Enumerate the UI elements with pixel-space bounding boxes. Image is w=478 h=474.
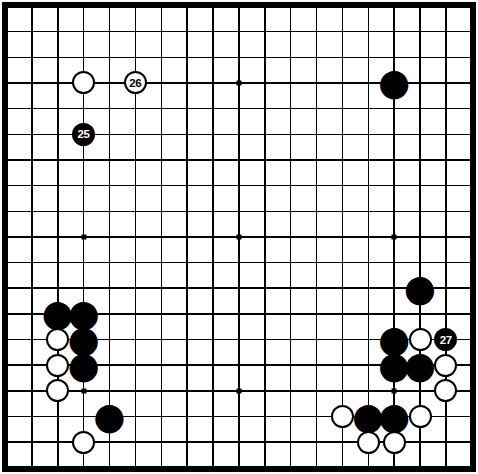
board-intersection[interactable] [6,455,19,468]
board-intersection[interactable] [278,19,304,45]
board-intersection[interactable] [45,121,71,147]
board-intersection[interactable]: ○ [71,70,97,96]
board-intersection[interactable] [148,352,174,378]
black-stone: ● [383,71,406,94]
board-intersection[interactable] [355,173,381,199]
go-diagram-page: ○○26●●25●●●○●●○●27○●●●○○○●○●●○○○○ [0,0,478,474]
board-intersection[interactable] [433,70,459,96]
board-intersection[interactable] [71,250,97,276]
board-intersection[interactable] [329,121,355,147]
board-intersection[interactable] [200,301,226,327]
board-intersection[interactable] [329,301,355,327]
board-intersection[interactable] [329,352,355,378]
board-intersection[interactable] [97,224,123,250]
board-intersection[interactable] [304,455,330,468]
board-intersection[interactable] [407,96,433,122]
board-intersection[interactable] [329,147,355,173]
board-intersection[interactable] [304,352,330,378]
board-intersection[interactable] [174,19,200,45]
board-intersection[interactable] [329,327,355,353]
board-intersection[interactable] [433,301,459,327]
board-intersection[interactable]: ○ [407,404,433,430]
board-intersection[interactable] [148,147,174,173]
board-intersection[interactable] [226,275,252,301]
board-intersection[interactable] [433,173,459,199]
board-intersection[interactable] [329,250,355,276]
board-intersection[interactable] [97,198,123,224]
board-intersection[interactable] [6,327,19,353]
board-intersection[interactable] [200,19,226,45]
board-intersection[interactable] [459,250,472,276]
board-intersection[interactable] [97,275,123,301]
board-intersection[interactable] [174,44,200,70]
board-intersection[interactable] [329,6,355,19]
board-intersection[interactable] [278,301,304,327]
board-intersection[interactable] [252,44,278,70]
board-intersection[interactable] [174,250,200,276]
board-intersection[interactable] [433,96,459,122]
board-intersection[interactable] [174,404,200,430]
board-intersection[interactable] [122,198,148,224]
board-intersection[interactable] [6,6,19,19]
board-intersection[interactable] [304,224,330,250]
board-intersection[interactable] [252,121,278,147]
board-intersection[interactable] [19,429,45,455]
board-intersection[interactable] [71,198,97,224]
board-intersection[interactable] [226,378,252,404]
board-intersection[interactable] [278,275,304,301]
board-intersection[interactable] [355,147,381,173]
board-intersection[interactable] [200,404,226,430]
board-intersection[interactable] [407,147,433,173]
board-intersection[interactable] [6,301,19,327]
board-intersection[interactable] [148,19,174,45]
board-intersection[interactable] [459,96,472,122]
star-point [392,234,397,239]
board-intersection[interactable] [6,198,19,224]
board-intersection[interactable] [174,301,200,327]
board-intersection[interactable] [226,147,252,173]
board-intersection[interactable] [97,327,123,353]
board-intersection[interactable] [433,6,459,19]
board-intersection[interactable] [226,224,252,250]
board-intersection[interactable] [148,70,174,96]
board-intersection[interactable] [200,6,226,19]
board-intersection[interactable] [122,404,148,430]
board-intersection[interactable] [71,224,97,250]
board-intersection[interactable]: ● [97,404,123,430]
board-intersection[interactable] [200,121,226,147]
board-intersection[interactable] [329,173,355,199]
board-intersection[interactable] [200,44,226,70]
board-intersection[interactable] [19,44,45,70]
board-intersection[interactable] [407,19,433,45]
board-intersection[interactable] [97,301,123,327]
board-intersection[interactable] [329,70,355,96]
board-intersection[interactable] [148,198,174,224]
board-intersection[interactable] [6,250,19,276]
board-intersection[interactable] [6,121,19,147]
board-intersection[interactable] [45,224,71,250]
board-intersection[interactable] [226,198,252,224]
board-intersection[interactable] [97,70,123,96]
board-intersection[interactable] [6,378,19,404]
board-intersection[interactable] [355,121,381,147]
board-intersection[interactable] [148,121,174,147]
board-intersection[interactable]: ○ [45,378,71,404]
board-intersection[interactable] [381,147,407,173]
board-intersection[interactable] [19,6,45,19]
board-intersection[interactable] [278,404,304,430]
board-intersection[interactable] [19,147,45,173]
board-intersection[interactable] [278,250,304,276]
board-intersection[interactable] [45,19,71,45]
board-intersection[interactable] [200,147,226,173]
board-intersection[interactable] [45,198,71,224]
board-intersection[interactable]: ○ [71,429,97,455]
board-intersection[interactable] [122,147,148,173]
board-intersection[interactable] [459,224,472,250]
board-intersection[interactable] [252,378,278,404]
board-intersection[interactable]: ● [407,275,433,301]
board-intersection[interactable] [226,352,252,378]
board-intersection[interactable] [97,44,123,70]
board-intersection[interactable] [329,44,355,70]
board-intersection[interactable] [381,198,407,224]
board-intersection[interactable] [304,250,330,276]
board-intersection[interactable] [122,96,148,122]
board-intersection[interactable] [433,147,459,173]
board-intersection[interactable] [329,96,355,122]
board-intersection[interactable] [6,70,19,96]
board-intersection[interactable] [252,96,278,122]
board-intersection[interactable] [200,70,226,96]
board-intersection[interactable] [304,19,330,45]
board-intersection[interactable] [97,6,123,19]
board-intersection[interactable] [226,6,252,19]
board-intersection[interactable] [252,224,278,250]
board-intersection[interactable] [355,19,381,45]
board-intersection[interactable] [6,224,19,250]
board-intersection[interactable] [122,44,148,70]
board-intersection[interactable] [19,19,45,45]
board-intersection[interactable] [459,455,472,468]
board-intersection[interactable] [459,70,472,96]
board-intersection[interactable] [97,96,123,122]
board-intersection[interactable] [304,327,330,353]
board-intersection[interactable] [122,19,148,45]
white-stone: ○ [46,379,69,402]
board-intersection[interactable] [381,224,407,250]
board-intersection[interactable] [174,6,200,19]
board-intersection[interactable] [278,96,304,122]
board-intersection[interactable] [407,70,433,96]
board-intersection[interactable] [252,147,278,173]
board-intersection[interactable] [278,429,304,455]
board-intersection[interactable] [278,70,304,96]
board-intersection[interactable] [407,198,433,224]
board-intersection[interactable] [200,96,226,122]
board-intersection[interactable] [6,429,19,455]
board-intersection[interactable] [6,96,19,122]
board-intersection[interactable] [381,19,407,45]
board-intersection[interactable] [6,352,19,378]
board-intersection[interactable] [355,275,381,301]
board-intersection[interactable] [407,224,433,250]
board-intersection[interactable] [252,327,278,353]
board-intersection[interactable] [252,352,278,378]
board-intersection[interactable] [174,378,200,404]
board-intersection[interactable] [19,198,45,224]
board-intersection[interactable] [97,147,123,173]
board-intersection[interactable] [459,275,472,301]
board-intersection[interactable] [304,6,330,19]
board-intersection[interactable] [6,275,19,301]
board-intersection[interactable] [459,6,472,19]
board-intersection[interactable] [304,121,330,147]
board-intersection[interactable] [329,224,355,250]
board-intersection[interactable] [459,121,472,147]
board-intersection[interactable] [433,429,459,455]
board-intersection[interactable] [122,378,148,404]
board-intersection[interactable] [122,224,148,250]
board-intersection[interactable] [329,198,355,224]
board-intersection[interactable] [19,455,45,468]
board-intersection[interactable] [226,173,252,199]
board-intersection[interactable] [226,404,252,430]
board-intersection[interactable] [226,19,252,45]
board-intersection[interactable] [252,250,278,276]
board-intersection[interactable] [459,198,472,224]
board-intersection[interactable] [278,455,304,468]
board-intersection[interactable] [122,327,148,353]
board-intersection[interactable] [174,96,200,122]
board-intersection[interactable] [97,250,123,276]
board-intersection[interactable] [174,198,200,224]
board-intersection[interactable] [97,19,123,45]
board-intersection[interactable] [226,455,252,468]
board-intersection[interactable] [174,173,200,199]
board-intersection[interactable] [200,352,226,378]
board-intersection[interactable] [252,275,278,301]
board-intersection[interactable] [407,121,433,147]
board-intersection[interactable] [174,121,200,147]
board-intersection[interactable] [329,275,355,301]
board-intersection[interactable] [19,96,45,122]
board-intersection[interactable] [304,301,330,327]
board-intersection[interactable] [459,429,472,455]
board-intersection[interactable] [329,19,355,45]
board-intersection[interactable] [304,44,330,70]
board-intersection[interactable] [252,455,278,468]
board-intersection[interactable] [174,70,200,96]
board-intersection[interactable] [122,301,148,327]
board-intersection[interactable] [252,301,278,327]
board-intersection[interactable]: ●25 [71,121,97,147]
board-intersection[interactable] [278,327,304,353]
board-intersection[interactable] [381,121,407,147]
board-intersection[interactable] [122,352,148,378]
board-intersection[interactable] [226,429,252,455]
board-intersection[interactable] [45,147,71,173]
board-intersection[interactable] [97,455,123,468]
board-intersection[interactable] [200,173,226,199]
board-intersection[interactable] [355,250,381,276]
board-intersection[interactable] [19,224,45,250]
board-intersection[interactable] [200,327,226,353]
board-intersection[interactable] [226,121,252,147]
board-intersection[interactable] [200,198,226,224]
board-intersection[interactable] [381,173,407,199]
board-intersection[interactable] [122,250,148,276]
board-intersection[interactable] [278,6,304,19]
board-intersection[interactable] [200,429,226,455]
board-intersection[interactable] [226,70,252,96]
board-intersection[interactable] [459,44,472,70]
board-intersection[interactable] [200,224,226,250]
board-intersection[interactable] [148,404,174,430]
board-intersection[interactable] [278,121,304,147]
board-intersection[interactable] [6,404,19,430]
board-intersection[interactable] [174,352,200,378]
board-intersection[interactable] [252,70,278,96]
board-intersection[interactable] [459,173,472,199]
board-intersection[interactable] [148,301,174,327]
board-intersection[interactable] [174,147,200,173]
board-intersection[interactable] [252,198,278,224]
board-intersection[interactable] [226,327,252,353]
board-intersection[interactable] [148,96,174,122]
board-intersection[interactable] [97,121,123,147]
board-intersection[interactable] [148,44,174,70]
board-intersection[interactable]: ○26 [122,70,148,96]
board-intersection[interactable] [45,173,71,199]
board-intersection[interactable] [97,173,123,199]
board-intersection[interactable] [97,352,123,378]
board-intersection[interactable] [6,147,19,173]
board-intersection[interactable]: ○ [433,378,459,404]
board-intersection[interactable] [45,6,71,19]
board-intersection[interactable] [226,301,252,327]
board-intersection[interactable] [19,173,45,199]
board-intersection[interactable] [433,44,459,70]
board-intersection[interactable] [226,250,252,276]
board-intersection[interactable] [433,121,459,147]
board-intersection[interactable] [433,275,459,301]
board-intersection[interactable] [148,429,174,455]
board-intersection[interactable] [200,378,226,404]
board-intersection[interactable] [148,455,174,468]
board-intersection[interactable] [278,352,304,378]
board-intersection[interactable] [433,455,459,468]
board-intersection[interactable] [407,44,433,70]
board-intersection[interactable] [148,378,174,404]
board-intersection[interactable] [278,173,304,199]
board-intersection[interactable] [6,44,19,70]
board-intersection[interactable] [6,19,19,45]
board-intersection[interactable] [174,455,200,468]
board-intersection[interactable] [200,250,226,276]
board-intersection[interactable] [407,455,433,468]
board-intersection[interactable] [174,429,200,455]
board-intersection[interactable] [148,250,174,276]
go-board-grid: ○○26●●25●●●○●●○●27○●●●○○○●○●●○○○○ [6,6,472,468]
board-intersection[interactable] [6,173,19,199]
board-intersection[interactable] [122,6,148,19]
board-intersection[interactable] [252,404,278,430]
board-intersection[interactable] [459,19,472,45]
board-intersection[interactable] [433,19,459,45]
board-intersection[interactable] [174,327,200,353]
board-intersection[interactable] [200,275,226,301]
board-intersection[interactable] [226,44,252,70]
board-intersection[interactable] [304,147,330,173]
board-intersection[interactable] [278,44,304,70]
board-intersection[interactable] [252,173,278,199]
board-intersection[interactable]: ● [381,70,407,96]
board-intersection[interactable] [355,224,381,250]
board-intersection[interactable] [433,224,459,250]
board-intersection[interactable] [459,147,472,173]
board-intersection[interactable] [122,275,148,301]
board-intersection[interactable] [122,455,148,468]
board-intersection[interactable] [304,70,330,96]
board-intersection[interactable] [407,173,433,199]
board-intersection[interactable] [174,275,200,301]
board-intersection[interactable] [433,250,459,276]
board-intersection[interactable] [459,301,472,327]
board-intersection[interactable]: ○ [381,429,407,455]
board-intersection[interactable] [19,70,45,96]
board-intersection[interactable] [278,224,304,250]
board-intersection[interactable] [355,6,381,19]
board-intersection[interactable] [71,6,97,19]
board-intersection[interactable] [252,19,278,45]
board-intersection[interactable] [19,250,45,276]
board-intersection[interactable] [355,198,381,224]
board-intersection[interactable] [45,250,71,276]
board-intersection[interactable] [433,198,459,224]
board-intersection[interactable] [252,429,278,455]
board-intersection[interactable]: ● [71,352,97,378]
board-intersection[interactable] [71,173,97,199]
board-intersection[interactable] [407,6,433,19]
board-intersection[interactable] [381,6,407,19]
board-intersection[interactable] [148,173,174,199]
board-intersection[interactable] [148,224,174,250]
board-intersection[interactable] [174,224,200,250]
board-intersection[interactable] [304,96,330,122]
board-intersection[interactable] [122,121,148,147]
board-intersection[interactable] [148,6,174,19]
board-intersection[interactable] [226,96,252,122]
board-intersection[interactable] [200,455,226,468]
board-intersection[interactable] [148,275,174,301]
board-intersection[interactable] [304,173,330,199]
board-intersection[interactable] [278,378,304,404]
board-intersection[interactable] [19,121,45,147]
board-intersection[interactable] [252,6,278,19]
board-intersection[interactable] [304,275,330,301]
board-intersection[interactable] [122,173,148,199]
board-intersection[interactable] [122,429,148,455]
board-intersection[interactable] [278,198,304,224]
board-intersection[interactable] [304,198,330,224]
board-intersection[interactable] [148,327,174,353]
board-intersection[interactable] [71,19,97,45]
board-intersection[interactable] [278,147,304,173]
board-intersection[interactable] [71,147,97,173]
